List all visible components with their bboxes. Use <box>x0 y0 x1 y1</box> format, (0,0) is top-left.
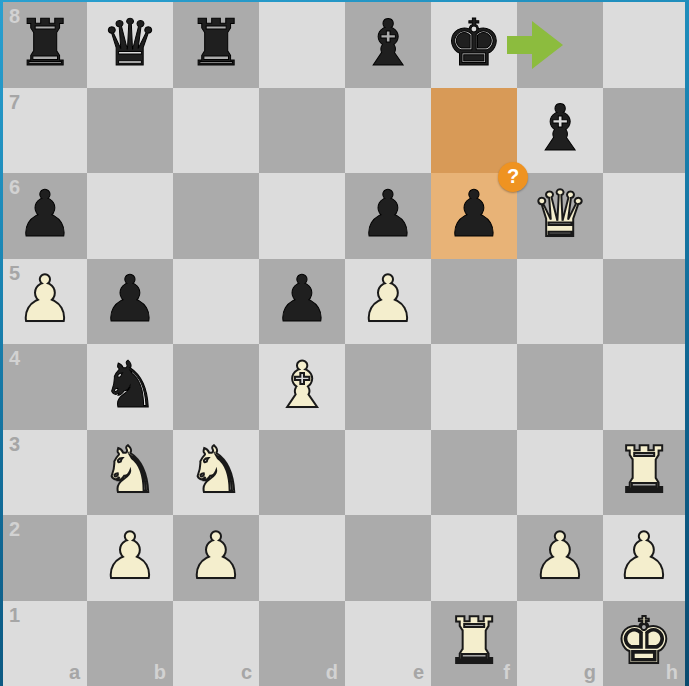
piece-black-pawn-d5[interactable]: ♟ <box>273 267 330 331</box>
square-e5[interactable]: ♟ <box>345 259 431 345</box>
piece-black-knight-b4[interactable]: ♞ <box>101 353 158 417</box>
square-f4[interactable] <box>431 344 517 430</box>
square-d5[interactable]: ♟ <box>259 259 345 345</box>
piece-white-queen-g6[interactable]: ♛ <box>531 182 588 246</box>
chess-board: 8♜♛♜♝♚7♝6♟♟♟♛5♟♟♟♟4♞♝3♞♞♜2♟♟♟♟1abcdef♜gh… <box>3 2 685 686</box>
rank-label-7: 7 <box>9 92 20 112</box>
square-b3[interactable]: ♞ <box>87 430 173 516</box>
square-e7[interactable] <box>345 88 431 174</box>
square-b6[interactable] <box>87 173 173 259</box>
piece-white-pawn-e5[interactable]: ♟ <box>359 267 416 331</box>
square-g4[interactable] <box>517 344 603 430</box>
square-d8[interactable] <box>259 2 345 88</box>
square-d6[interactable] <box>259 173 345 259</box>
piece-white-bishop-d4[interactable]: ♝ <box>273 353 330 417</box>
piece-white-pawn-b2[interactable]: ♟ <box>101 524 158 588</box>
rank-label-3: 3 <box>9 434 20 454</box>
piece-black-rook-a8[interactable]: ♜ <box>16 11 73 75</box>
square-b1[interactable]: b <box>87 601 173 686</box>
square-c6[interactable] <box>173 173 259 259</box>
piece-white-rook-f1[interactable]: ♜ <box>445 609 502 673</box>
file-label-g: g <box>584 662 596 682</box>
rank-label-2: 2 <box>9 519 20 539</box>
square-c4[interactable] <box>173 344 259 430</box>
piece-white-king-h1[interactable]: ♚ <box>615 609 672 673</box>
file-label-e: e <box>413 662 424 682</box>
square-b4[interactable]: ♞ <box>87 344 173 430</box>
piece-black-queen-b8[interactable]: ♛ <box>101 11 158 75</box>
square-h5[interactable] <box>603 259 685 345</box>
square-d2[interactable] <box>259 515 345 601</box>
square-g6[interactable]: ♛ <box>517 173 603 259</box>
file-label-b: b <box>154 662 166 682</box>
square-c5[interactable] <box>173 259 259 345</box>
square-c1[interactable]: c <box>173 601 259 686</box>
square-f5[interactable] <box>431 259 517 345</box>
square-d4[interactable]: ♝ <box>259 344 345 430</box>
square-g3[interactable] <box>517 430 603 516</box>
square-a2[interactable]: 2 <box>3 515 87 601</box>
rank-label-4: 4 <box>9 348 20 368</box>
square-a6[interactable]: 6♟ <box>3 173 87 259</box>
square-g8[interactable] <box>517 2 603 88</box>
piece-black-king-f8[interactable]: ♚ <box>445 11 502 75</box>
piece-white-knight-b3[interactable]: ♞ <box>101 438 158 502</box>
piece-white-pawn-c2[interactable]: ♟ <box>187 524 244 588</box>
piece-black-pawn-f6[interactable]: ♟ <box>445 182 502 246</box>
rank-label-1: 1 <box>9 605 20 625</box>
square-h2[interactable]: ♟ <box>603 515 685 601</box>
piece-black-bishop-g7[interactable]: ♝ <box>531 96 588 160</box>
square-a8[interactable]: 8♜ <box>3 2 87 88</box>
square-h7[interactable] <box>603 88 685 174</box>
piece-white-pawn-a5[interactable]: ♟ <box>16 267 73 331</box>
chess-app-background: 8♜♛♜♝♚7♝6♟♟♟♛5♟♟♟♟4♞♝3♞♞♜2♟♟♟♟1abcdef♜gh… <box>0 0 689 686</box>
square-e3[interactable] <box>345 430 431 516</box>
square-e4[interactable] <box>345 344 431 430</box>
piece-black-pawn-a6[interactable]: ♟ <box>16 182 73 246</box>
file-label-d: d <box>326 662 338 682</box>
square-h6[interactable] <box>603 173 685 259</box>
square-f1[interactable]: f♜ <box>431 601 517 686</box>
square-d7[interactable] <box>259 88 345 174</box>
square-c8[interactable]: ♜ <box>173 2 259 88</box>
square-b8[interactable]: ♛ <box>87 2 173 88</box>
square-f2[interactable] <box>431 515 517 601</box>
square-g7[interactable]: ♝ <box>517 88 603 174</box>
square-b7[interactable] <box>87 88 173 174</box>
square-e1[interactable]: e <box>345 601 431 686</box>
piece-black-pawn-e6[interactable]: ♟ <box>359 182 416 246</box>
file-label-c: c <box>241 662 252 682</box>
square-d3[interactable] <box>259 430 345 516</box>
square-g1[interactable]: g <box>517 601 603 686</box>
square-g5[interactable] <box>517 259 603 345</box>
square-c3[interactable]: ♞ <box>173 430 259 516</box>
mistake-badge: ? <box>498 162 528 192</box>
square-g2[interactable]: ♟ <box>517 515 603 601</box>
square-a5[interactable]: 5♟ <box>3 259 87 345</box>
square-a1[interactable]: 1a <box>3 601 87 686</box>
square-e6[interactable]: ♟ <box>345 173 431 259</box>
square-b2[interactable]: ♟ <box>87 515 173 601</box>
square-h4[interactable] <box>603 344 685 430</box>
piece-black-bishop-e8[interactable]: ♝ <box>359 11 416 75</box>
file-label-f: f <box>503 662 510 682</box>
piece-white-rook-h3[interactable]: ♜ <box>615 438 672 502</box>
piece-black-pawn-b5[interactable]: ♟ <box>101 267 158 331</box>
piece-white-pawn-h2[interactable]: ♟ <box>615 524 672 588</box>
square-c7[interactable] <box>173 88 259 174</box>
square-f8[interactable]: ♚ <box>431 2 517 88</box>
square-a3[interactable]: 3 <box>3 430 87 516</box>
square-h8[interactable] <box>603 2 685 88</box>
square-b5[interactable]: ♟ <box>87 259 173 345</box>
mistake-badge-text: ? <box>507 165 519 188</box>
square-f3[interactable] <box>431 430 517 516</box>
square-e8[interactable]: ♝ <box>345 2 431 88</box>
square-c2[interactable]: ♟ <box>173 515 259 601</box>
square-a7[interactable]: 7 <box>3 88 87 174</box>
square-h3[interactable]: ♜ <box>603 430 685 516</box>
square-h1[interactable]: h♚ <box>603 601 685 686</box>
file-label-a: a <box>69 662 80 682</box>
piece-white-pawn-g2[interactable]: ♟ <box>531 524 588 588</box>
square-d1[interactable]: d <box>259 601 345 686</box>
piece-black-rook-c8[interactable]: ♜ <box>187 11 244 75</box>
square-e2[interactable] <box>345 515 431 601</box>
square-f7[interactable] <box>431 88 517 174</box>
square-a4[interactable]: 4 <box>3 344 87 430</box>
piece-white-knight-c3[interactable]: ♞ <box>187 438 244 502</box>
